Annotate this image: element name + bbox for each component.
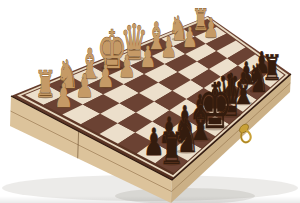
piece-white-rook-h1: ♜ bbox=[35, 62, 56, 105]
piece-white-pawn-f2: ♟ bbox=[97, 58, 115, 94]
piece-white-pawn-b2: ♟ bbox=[182, 22, 198, 53]
piece-black-rook-h8: ♜ bbox=[159, 123, 184, 174]
piece-white-pawn-d2: ♟ bbox=[139, 40, 156, 75]
piece-glyph: ♟ bbox=[118, 49, 135, 84]
piece-glyph: ♜ bbox=[159, 123, 184, 174]
piece-glyph: ♟ bbox=[203, 12, 218, 43]
piece-white-pawn-e2: ♟ bbox=[118, 49, 135, 84]
piece-white-pawn-g2: ♟ bbox=[75, 67, 93, 104]
photo-bottom-fade bbox=[0, 196, 300, 203]
chess-board: ♜♟♞♟♝♟♛♟♚♟♟♝♜♟♟♞♞♟♟♜♝♟♟♛♟♚♟♝♟♞♟♜ bbox=[0, 0, 300, 203]
piece-glyph: ♜ bbox=[35, 62, 56, 105]
piece-glyph: ♟ bbox=[54, 76, 73, 114]
piece-white-pawn-a2: ♟ bbox=[203, 12, 218, 43]
piece-glyph: ♟ bbox=[182, 22, 198, 53]
chess-set-photo: ♜♟♞♟♝♟♛♟♚♟♟♝♜♟♟♞♞♟♟♜♝♟♟♛♟♚♟♝♟♞♟♜ bbox=[0, 0, 300, 203]
piece-white-pawn-c2: ♟ bbox=[161, 31, 177, 64]
piece-glyph: ♟ bbox=[139, 40, 156, 75]
piece-glyph: ♟ bbox=[161, 31, 177, 64]
piece-glyph: ♟ bbox=[97, 58, 115, 94]
piece-white-pawn-h2: ♟ bbox=[54, 76, 73, 114]
piece-glyph: ♟ bbox=[75, 67, 93, 104]
